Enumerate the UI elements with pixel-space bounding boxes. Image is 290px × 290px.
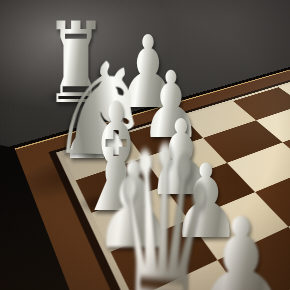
piece-queen[interactable]: ♛ [105, 106, 221, 290]
pieces-layer: ♜♟♞♟♟♝♟♟♟♛♟ [0, 0, 290, 290]
chess-photo-scene: ♜♟♞♟♟♝♟♟♟♛♟ [0, 0, 290, 290]
